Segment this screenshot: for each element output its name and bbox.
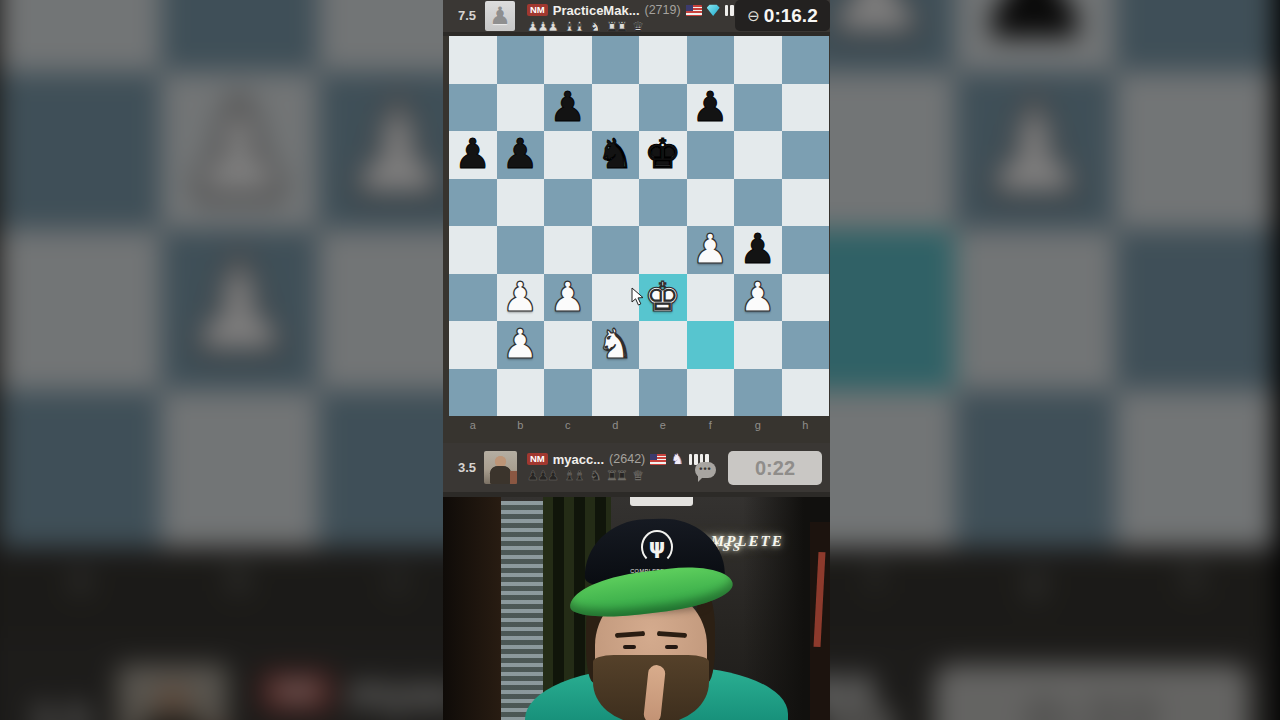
captured-group: ♝♝: [563, 469, 583, 482]
top-player-captured-pieces: ♟♟♟♝♝♞♜♜♛: [527, 20, 642, 33]
square-f4[interactable]: ♟: [687, 226, 735, 274]
square-e3[interactable]: ♚: [639, 274, 687, 322]
square-b8[interactable]: [497, 36, 545, 84]
bottom-player-info: NM myacc... (2642) ♞ ♟♟♟♝♝♞♜♜♛: [527, 452, 709, 466]
captured-group: ♝♝: [563, 20, 583, 33]
square-h3[interactable]: [782, 274, 830, 322]
square-f5[interactable]: [687, 179, 735, 227]
file-label-b: b: [497, 419, 545, 431]
square-c2[interactable]: [544, 321, 592, 369]
bottom-player-bar: 3.5 NM myacc... (2642) ♞ ♟♟♟♝♝♞♜♜♛ •••: [443, 443, 830, 492]
cap-logo-icon: ψ: [641, 530, 673, 564]
unicorn-flair-icon: ♞: [671, 452, 684, 466]
bottom-player-name[interactable]: myacc...: [553, 452, 604, 467]
square-g1[interactable]: [734, 369, 782, 417]
square-a8[interactable]: [449, 36, 497, 84]
bottom-player-avatar[interactable]: [484, 451, 517, 484]
square-f1[interactable]: [687, 369, 735, 417]
eye: [623, 645, 636, 649]
square-e1[interactable]: [639, 369, 687, 417]
square-h8[interactable]: [782, 36, 830, 84]
square-a3[interactable]: [449, 274, 497, 322]
file-coordinates: abcdefgh: [449, 419, 829, 431]
white-pawn-c3[interactable]: ♟: [544, 274, 592, 320]
square-e4[interactable]: [639, 226, 687, 274]
mouse-cursor: [631, 287, 645, 307]
title-badge: NM: [527, 453, 548, 465]
diamond-membership-icon: [707, 4, 720, 16]
square-c3[interactable]: ♟: [544, 274, 592, 322]
square-g8[interactable]: [734, 36, 782, 84]
square-g6[interactable]: [734, 131, 782, 179]
square-h7[interactable]: [782, 84, 830, 132]
square-a4[interactable]: [449, 226, 497, 274]
file-label-g: g: [734, 419, 782, 431]
top-player-name[interactable]: PracticeMak...: [553, 3, 640, 18]
square-a2[interactable]: [449, 321, 497, 369]
title-badge: NM: [527, 4, 548, 16]
square-b1[interactable]: [497, 369, 545, 417]
eye: [665, 645, 678, 649]
us-flag-icon: [650, 454, 666, 465]
bottom-player-captured-pieces: ♟♟♟♝♝♞♜♜♛: [527, 469, 642, 482]
square-a6[interactable]: ♟: [449, 131, 497, 179]
square-c4[interactable]: [544, 226, 592, 274]
file-label-e: e: [639, 419, 687, 431]
square-a5[interactable]: [449, 179, 497, 227]
window-blinds: [501, 501, 545, 720]
black-pawn-g4[interactable]: ♟: [734, 226, 782, 272]
captured-group: ♛: [632, 20, 642, 33]
captured-group: ♛: [632, 469, 642, 482]
file-label-c: c: [544, 419, 592, 431]
us-flag-icon: [686, 5, 702, 16]
square-d4[interactable]: [592, 226, 640, 274]
top-player-avatar[interactable]: ♟: [485, 1, 515, 31]
captured-group: ♟♟♟: [527, 20, 557, 33]
square-b4[interactable]: [497, 226, 545, 274]
top-player-bar: 7.5 ♟ NM PracticeMak... (2719) ♟♟♟♝♝♞♜♜♛…: [443, 0, 830, 32]
file-label-d: d: [592, 419, 640, 431]
square-b7[interactable]: [497, 84, 545, 132]
black-pawn-c7[interactable]: ♟: [544, 84, 592, 130]
square-f3[interactable]: [687, 274, 735, 322]
file-label-h: h: [782, 419, 830, 431]
top-player-info: NM PracticeMak... (2719) ♟♟♟♝♝♞♜♜♛: [527, 3, 745, 17]
square-c7[interactable]: ♟: [544, 84, 592, 132]
bottom-player-clock: 0:22: [728, 451, 822, 485]
bottom-player-match-score: 3.5: [451, 443, 483, 492]
square-e2[interactable]: [639, 321, 687, 369]
square-d5[interactable]: [592, 179, 640, 227]
square-e8[interactable]: [639, 36, 687, 84]
captured-group: ♜♜: [606, 20, 626, 33]
black-pawn-f7[interactable]: ♟: [687, 84, 735, 130]
white-pawn-b2[interactable]: ♟: [497, 321, 545, 367]
black-pawn-a6[interactable]: ♟: [449, 131, 497, 177]
square-b3[interactable]: ♟: [497, 274, 545, 322]
square-b2[interactable]: ♟: [497, 321, 545, 369]
white-pawn-f4[interactable]: ♟: [687, 226, 735, 272]
square-b6[interactable]: ♟: [497, 131, 545, 179]
square-h4[interactable]: [782, 226, 830, 274]
white-knight-d2[interactable]: ♞: [592, 321, 640, 367]
square-e5[interactable]: [639, 179, 687, 227]
chess-board[interactable]: ♟♟♟♟♞♚♟♟♟♟♚♟♟♞: [449, 36, 829, 416]
white-pawn-g3[interactable]: ♟: [734, 274, 782, 320]
square-f6[interactable]: [687, 131, 735, 179]
square-a1[interactable]: [449, 369, 497, 417]
square-h5[interactable]: [782, 179, 830, 227]
top-player-clock: ⊖ 0:16.2: [735, 0, 830, 31]
captured-group: ♞: [590, 469, 600, 482]
bottom-clock-time: 0:22: [755, 457, 795, 480]
chat-bubble-icon[interactable]: •••: [695, 462, 716, 478]
square-g7[interactable]: [734, 84, 782, 132]
black-knight-d6[interactable]: ♞: [592, 131, 640, 177]
square-g2[interactable]: [734, 321, 782, 369]
captured-group: ♞: [590, 20, 600, 33]
square-h6[interactable]: [782, 131, 830, 179]
square-d8[interactable]: [592, 36, 640, 84]
square-h2[interactable]: [782, 321, 830, 369]
file-label-a: a: [449, 419, 497, 431]
square-b5[interactable]: [497, 179, 545, 227]
square-d2[interactable]: ♞: [592, 321, 640, 369]
square-g5[interactable]: [734, 179, 782, 227]
white-king-e3[interactable]: ♚: [639, 274, 687, 320]
square-g3[interactable]: ♟: [734, 274, 782, 322]
minus-circle-icon: ⊖: [747, 7, 760, 25]
square-c8[interactable]: [544, 36, 592, 84]
square-d6[interactable]: ♞: [592, 131, 640, 179]
webcam-video: COMPLETE CHESS ψ COMPLETE CHESS: [443, 497, 830, 720]
top-player-rating: (2719): [645, 3, 681, 17]
square-c6[interactable]: [544, 131, 592, 179]
top-clock-time: 0:16.2: [764, 5, 818, 27]
top-player-match-score: 7.5: [451, 0, 483, 32]
captured-group: ♜♜: [606, 469, 626, 482]
square-h1[interactable]: [782, 369, 830, 417]
square-g4[interactable]: ♟: [734, 226, 782, 274]
square-f7[interactable]: ♟: [687, 84, 735, 132]
file-label-f: f: [687, 419, 735, 431]
pawn-avatar-icon: ♟: [489, 2, 511, 30]
square-f2[interactable]: [687, 321, 735, 369]
square-a7[interactable]: [449, 84, 497, 132]
square-e6[interactable]: ♚: [639, 131, 687, 179]
square-f8[interactable]: [687, 36, 735, 84]
video-frame: 7.5 ♟ NM PracticeMak... (2719) ♟♟♟♝♝♞♜♜♛…: [0, 0, 1280, 720]
chess-app: 7.5 ♟ NM PracticeMak... (2719) ♟♟♟♝♝♞♜♜♛…: [443, 0, 830, 720]
black-pawn-b6[interactable]: ♟: [497, 131, 545, 177]
black-king-e6[interactable]: ♚: [639, 131, 687, 177]
square-c5[interactable]: [544, 179, 592, 227]
square-d1[interactable]: [592, 369, 640, 417]
square-e7[interactable]: [639, 84, 687, 132]
bottom-player-rating: (2642): [609, 452, 645, 466]
white-pawn-b3[interactable]: ♟: [497, 274, 545, 320]
square-d7[interactable]: [592, 84, 640, 132]
captured-group: ♟♟♟: [527, 469, 557, 482]
square-c1[interactable]: [544, 369, 592, 417]
